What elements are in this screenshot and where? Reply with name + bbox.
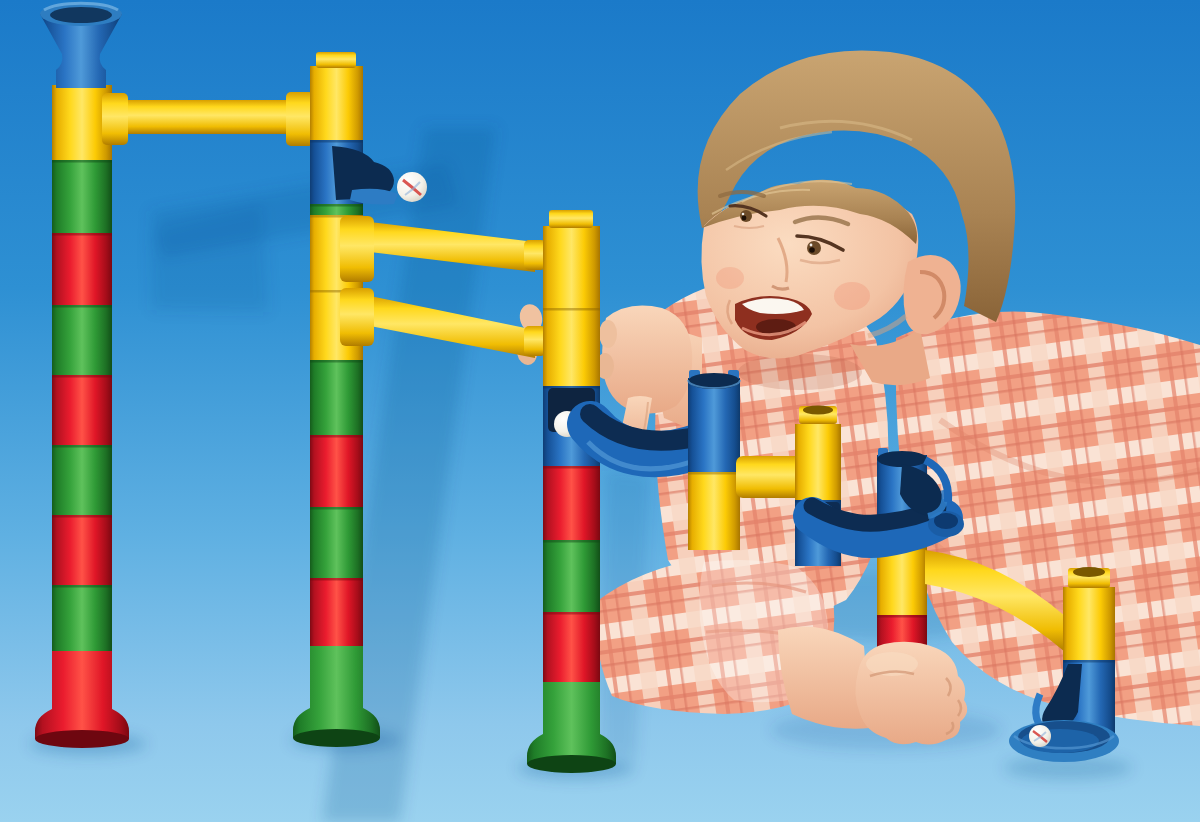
marble-1-falling — [397, 172, 427, 202]
right-eye-pupil — [809, 247, 815, 253]
scene — [0, 0, 1200, 822]
left-eye-glint — [742, 213, 745, 216]
marble-3-in-tray — [1029, 725, 1051, 747]
post-7-cup-rim — [1068, 567, 1110, 588]
marble-run-photo — [0, 0, 1200, 822]
right-eye-glint — [810, 244, 813, 247]
left-cheek-blush — [716, 267, 744, 289]
left-eye-pupil — [742, 216, 747, 221]
right-eye-iris — [807, 241, 821, 255]
post-5-cup-rim — [799, 406, 837, 425]
left-eye-iris — [740, 210, 752, 222]
right-cheek-blush — [834, 282, 870, 310]
collecting-tray — [1009, 720, 1119, 762]
bare-forearm — [778, 626, 870, 728]
tower-3-cap — [549, 210, 593, 228]
chin-shadow-on-chest — [738, 354, 862, 390]
tower-2-cap — [316, 52, 356, 68]
mouth-inner — [756, 319, 796, 335]
curled-finger — [599, 320, 617, 348]
